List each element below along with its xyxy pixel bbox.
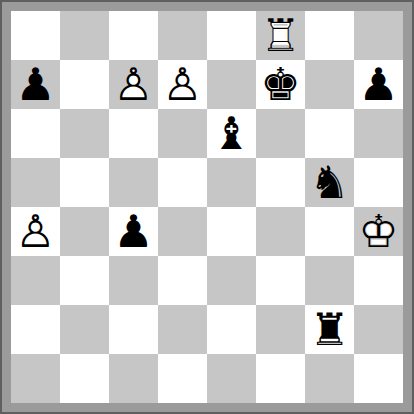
square-d1[interactable] <box>158 354 207 403</box>
square-e5[interactable] <box>207 158 256 207</box>
piece-black-pawn-icon: ♟ <box>354 60 403 109</box>
square-f1[interactable] <box>256 354 305 403</box>
square-b1[interactable] <box>60 354 109 403</box>
chess-board: ♜♖♟♟♙♟♙♚♟♝♞♟♙♟♚♔♜ <box>11 11 403 403</box>
square-d4[interactable] <box>158 207 207 256</box>
square-a7[interactable]: ♟ <box>11 60 60 109</box>
square-b8[interactable] <box>60 11 109 60</box>
square-c2[interactable] <box>109 305 158 354</box>
square-a3[interactable] <box>11 256 60 305</box>
piece-black-rook-icon: ♜ <box>305 305 354 354</box>
square-g6[interactable] <box>305 109 354 158</box>
piece-white-pawn-icon: ♙ <box>158 60 207 109</box>
square-f2[interactable] <box>256 305 305 354</box>
square-e4[interactable] <box>207 207 256 256</box>
square-h7[interactable]: ♟ <box>354 60 403 109</box>
square-b4[interactable] <box>60 207 109 256</box>
square-c6[interactable] <box>109 109 158 158</box>
square-d7[interactable]: ♟♙ <box>158 60 207 109</box>
square-h4[interactable]: ♚♔ <box>354 207 403 256</box>
piece-white-pawn-fill: ♟ <box>109 60 158 109</box>
square-f7[interactable]: ♚ <box>256 60 305 109</box>
square-b6[interactable] <box>60 109 109 158</box>
piece-black-bishop-icon: ♝ <box>207 109 256 158</box>
square-c3[interactable] <box>109 256 158 305</box>
square-h6[interactable] <box>354 109 403 158</box>
piece-black-king-icon: ♚ <box>256 60 305 109</box>
square-f6[interactable] <box>256 109 305 158</box>
square-g2[interactable]: ♜ <box>305 305 354 354</box>
square-h1[interactable] <box>354 354 403 403</box>
piece-white-pawn-fill: ♟ <box>158 60 207 109</box>
square-d6[interactable] <box>158 109 207 158</box>
square-f4[interactable] <box>256 207 305 256</box>
square-h5[interactable] <box>354 158 403 207</box>
square-h2[interactable] <box>354 305 403 354</box>
square-a5[interactable] <box>11 158 60 207</box>
square-g7[interactable] <box>305 60 354 109</box>
square-c1[interactable] <box>109 354 158 403</box>
piece-white-rook-icon: ♖ <box>256 11 305 60</box>
square-g8[interactable] <box>305 11 354 60</box>
square-f5[interactable] <box>256 158 305 207</box>
square-g1[interactable] <box>305 354 354 403</box>
square-h8[interactable] <box>354 11 403 60</box>
square-a1[interactable] <box>11 354 60 403</box>
square-e6[interactable]: ♝ <box>207 109 256 158</box>
square-d8[interactable] <box>158 11 207 60</box>
square-c5[interactable] <box>109 158 158 207</box>
piece-black-knight-icon: ♞ <box>305 158 354 207</box>
square-a6[interactable] <box>11 109 60 158</box>
piece-white-rook-fill: ♜ <box>256 11 305 60</box>
square-g5[interactable]: ♞ <box>305 158 354 207</box>
square-e1[interactable] <box>207 354 256 403</box>
piece-white-pawn-icon: ♙ <box>109 60 158 109</box>
square-a8[interactable] <box>11 11 60 60</box>
square-d5[interactable] <box>158 158 207 207</box>
piece-white-king-fill: ♚ <box>354 207 403 256</box>
piece-white-pawn-fill: ♟ <box>11 207 60 256</box>
square-g3[interactable] <box>305 256 354 305</box>
piece-white-pawn-icon: ♙ <box>11 207 60 256</box>
piece-black-pawn-icon: ♟ <box>109 207 158 256</box>
square-d3[interactable] <box>158 256 207 305</box>
square-b7[interactable] <box>60 60 109 109</box>
square-d2[interactable] <box>158 305 207 354</box>
square-h3[interactable] <box>354 256 403 305</box>
square-b2[interactable] <box>60 305 109 354</box>
square-f3[interactable] <box>256 256 305 305</box>
square-g4[interactable] <box>305 207 354 256</box>
square-b5[interactable] <box>60 158 109 207</box>
square-e3[interactable] <box>207 256 256 305</box>
square-c8[interactable] <box>109 11 158 60</box>
board-frame: ♜♖♟♟♙♟♙♚♟♝♞♟♙♟♚♔♜ <box>0 0 414 414</box>
square-f8[interactable]: ♜♖ <box>256 11 305 60</box>
square-c4[interactable]: ♟ <box>109 207 158 256</box>
piece-white-king-icon: ♔ <box>354 207 403 256</box>
square-a4[interactable]: ♟♙ <box>11 207 60 256</box>
square-c7[interactable]: ♟♙ <box>109 60 158 109</box>
square-a2[interactable] <box>11 305 60 354</box>
piece-black-pawn-icon: ♟ <box>11 60 60 109</box>
square-e2[interactable] <box>207 305 256 354</box>
square-e7[interactable] <box>207 60 256 109</box>
square-e8[interactable] <box>207 11 256 60</box>
square-b3[interactable] <box>60 256 109 305</box>
